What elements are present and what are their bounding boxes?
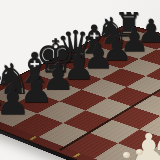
hinge-mark-icon — [73, 153, 81, 157]
piece-white-pawn[interactable]: ♟ — [129, 128, 160, 160]
white-piece-top-icon — [123, 152, 130, 158]
piece-black-pawn[interactable]: ♟ — [0, 81, 30, 120]
board-perspective-wrapper: ♜♞♝♛♚♝♞♜♟♟♟♟♟♟♟♟♟♟♟♟♟♟♟♟♜♞♝♛♚♝♞♜ — [0, 0, 160, 160]
hinge-mark-icon — [29, 136, 37, 140]
chess-photo-scene: ♜♞♝♛♚♝♞♜♟♟♟♟♟♟♟♟♟♟♟♟♟♟♟♟♜♞♝♛♚♝♞♜ — [0, 0, 160, 160]
piece-white-rook[interactable]: ♜ — [159, 138, 160, 160]
white-piece-top-icon — [136, 149, 143, 155]
